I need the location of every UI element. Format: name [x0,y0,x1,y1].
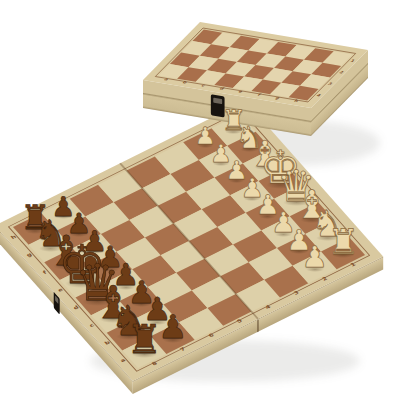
piece-black-r-a8: ♜ [126,319,162,359]
piece-white-r-a1: ♜ [327,225,358,260]
piece-white-p-a2: ♟ [302,243,328,272]
piece-black-p-a7: ♟ [158,311,187,344]
chess-set-product-photo: hgfedcba87654321 abcdefgh1234 ♜♟♞♟♝♟♚♟♛♟… [0,0,400,400]
chess-pieces-layer: ♜♟♞♟♝♟♚♟♛♟♟♝♜♟♟♞♞♟♟♜♝♟♟♚♟♛♟♝♟♞♟♜ [0,0,400,400]
